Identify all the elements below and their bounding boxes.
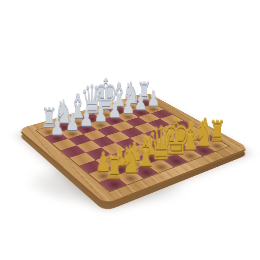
- piece-silver-pawn: ♟: [80, 106, 94, 129]
- piece-silver-pawn: ♟: [50, 114, 64, 138]
- piece-silver-pawn: ♟: [65, 110, 79, 134]
- piece-silver-pawn: ♟: [108, 98, 121, 120]
- piece-silver-pawn: ♟: [147, 87, 160, 109]
- product-photo: ♜♞♝♛♚♝♞♜♟♟♟♟♟♟♟♟♟♟♟♟♟♟♟♟♜♞♝♛♚♝♞♜: [0, 0, 260, 260]
- piece-silver-pawn: ♟: [134, 91, 147, 113]
- piece-gold-rook: ♜: [105, 152, 124, 184]
- piece-silver-pawn: ♟: [94, 102, 108, 125]
- piece-silver-pawn: ♟: [121, 95, 134, 117]
